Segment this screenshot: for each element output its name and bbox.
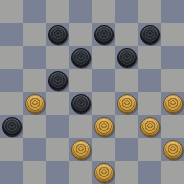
dark-piece[interactable] (140, 25, 160, 45)
square-r4c0[interactable] (0, 92, 23, 115)
square-r6c3[interactable] (69, 138, 92, 161)
square-r6c0[interactable] (0, 138, 23, 161)
square-r4c4[interactable] (92, 92, 115, 115)
square-r2c4[interactable] (92, 46, 115, 69)
square-r4c3[interactable] (69, 92, 92, 115)
square-r1c5[interactable] (115, 23, 138, 46)
gold-piece[interactable] (94, 163, 114, 183)
square-r0c4[interactable] (92, 0, 115, 23)
square-r2c1[interactable] (23, 46, 46, 69)
square-r3c2[interactable] (46, 69, 69, 92)
square-r3c6[interactable] (138, 69, 161, 92)
square-r0c0[interactable] (0, 0, 23, 23)
dark-piece[interactable] (71, 48, 91, 68)
square-r2c5[interactable] (115, 46, 138, 69)
dark-piece[interactable] (48, 71, 68, 91)
square-r0c2[interactable] (46, 0, 69, 23)
square-r3c0[interactable] (0, 69, 23, 92)
square-r0c7[interactable] (161, 0, 184, 23)
square-r7c0[interactable] (0, 161, 23, 184)
gold-piece[interactable] (71, 140, 91, 160)
square-r7c7[interactable] (161, 161, 184, 184)
square-r1c6[interactable] (138, 23, 161, 46)
square-r0c3[interactable] (69, 0, 92, 23)
square-r2c2[interactable] (46, 46, 69, 69)
square-r4c1[interactable] (23, 92, 46, 115)
square-r0c6[interactable] (138, 0, 161, 23)
square-r1c3[interactable] (69, 23, 92, 46)
square-r1c7[interactable] (161, 23, 184, 46)
board (0, 0, 184, 184)
gold-piece[interactable] (117, 94, 137, 114)
square-r2c3[interactable] (69, 46, 92, 69)
square-r7c5[interactable] (115, 161, 138, 184)
square-r2c0[interactable] (0, 46, 23, 69)
square-r3c7[interactable] (161, 69, 184, 92)
square-r1c2[interactable] (46, 23, 69, 46)
gold-piece[interactable] (163, 140, 183, 160)
square-r1c4[interactable] (92, 23, 115, 46)
square-r1c0[interactable] (0, 23, 23, 46)
square-r4c6[interactable] (138, 92, 161, 115)
dark-piece[interactable] (48, 25, 68, 45)
square-r3c5[interactable] (115, 69, 138, 92)
dark-piece[interactable] (2, 117, 22, 137)
square-r7c3[interactable] (69, 161, 92, 184)
square-r7c6[interactable] (138, 161, 161, 184)
gold-piece[interactable] (94, 117, 114, 137)
square-r3c1[interactable] (23, 69, 46, 92)
square-r5c7[interactable] (161, 115, 184, 138)
square-r2c7[interactable] (161, 46, 184, 69)
square-r5c0[interactable] (0, 115, 23, 138)
square-r7c1[interactable] (23, 161, 46, 184)
square-r6c2[interactable] (46, 138, 69, 161)
square-r6c4[interactable] (92, 138, 115, 161)
square-r6c1[interactable] (23, 138, 46, 161)
square-r5c3[interactable] (69, 115, 92, 138)
gold-piece[interactable] (140, 117, 160, 137)
square-r0c5[interactable] (115, 0, 138, 23)
square-r5c5[interactable] (115, 115, 138, 138)
square-r3c3[interactable] (69, 69, 92, 92)
square-r6c5[interactable] (115, 138, 138, 161)
dark-piece[interactable] (71, 94, 91, 114)
square-r1c1[interactable] (23, 23, 46, 46)
square-r7c4[interactable] (92, 161, 115, 184)
gold-piece[interactable] (25, 94, 45, 114)
square-r3c4[interactable] (92, 69, 115, 92)
square-r6c7[interactable] (161, 138, 184, 161)
square-r4c2[interactable] (46, 92, 69, 115)
square-r5c2[interactable] (46, 115, 69, 138)
square-r5c1[interactable] (23, 115, 46, 138)
square-r5c4[interactable] (92, 115, 115, 138)
dark-piece[interactable] (94, 25, 114, 45)
square-r6c6[interactable] (138, 138, 161, 161)
square-r0c1[interactable] (23, 0, 46, 23)
checkers-app (0, 0, 184, 184)
gold-piece[interactable] (163, 94, 183, 114)
square-r4c5[interactable] (115, 92, 138, 115)
square-r5c6[interactable] (138, 115, 161, 138)
square-r7c2[interactable] (46, 161, 69, 184)
square-r4c7[interactable] (161, 92, 184, 115)
dark-piece[interactable] (117, 48, 137, 68)
square-r2c6[interactable] (138, 46, 161, 69)
